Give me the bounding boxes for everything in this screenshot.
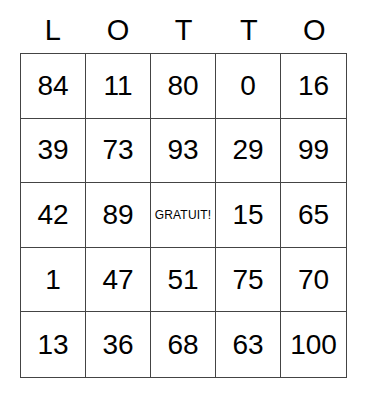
header-letter-o2: O [282, 8, 347, 53]
cell-r2c4[interactable]: 65 [281, 183, 346, 248]
cell-r1c1[interactable]: 73 [86, 119, 151, 184]
cell-r4c2[interactable]: 68 [151, 312, 216, 377]
cell-r4c1[interactable]: 36 [86, 312, 151, 377]
bingo-header: L O T T O [20, 8, 347, 53]
cell-r1c3[interactable]: 29 [216, 119, 281, 184]
cell-r0c3[interactable]: 0 [216, 54, 281, 119]
header-letter-t2: T [216, 8, 281, 53]
bingo-card: L O T T O 84 11 80 0 16 39 73 93 29 99 4… [0, 0, 368, 400]
cell-r0c2[interactable]: 80 [151, 54, 216, 119]
header-letter-l: L [20, 8, 85, 53]
cell-r4c0[interactable]: 13 [21, 312, 86, 377]
cell-r3c2[interactable]: 51 [151, 248, 216, 313]
free-space-cell[interactable]: GRATUIT! [151, 183, 216, 248]
cell-r1c2[interactable]: 93 [151, 119, 216, 184]
cell-r2c3[interactable]: 15 [216, 183, 281, 248]
cell-r0c0[interactable]: 84 [21, 54, 86, 119]
cell-r3c1[interactable]: 47 [86, 248, 151, 313]
cell-r3c3[interactable]: 75 [216, 248, 281, 313]
cell-r0c4[interactable]: 16 [281, 54, 346, 119]
bingo-grid: 84 11 80 0 16 39 73 93 29 99 42 89 GRATU… [20, 53, 347, 378]
header-letter-t1: T [151, 8, 216, 53]
cell-r0c1[interactable]: 11 [86, 54, 151, 119]
cell-r3c0[interactable]: 1 [21, 248, 86, 313]
cell-r4c4[interactable]: 100 [281, 312, 346, 377]
cell-r1c4[interactable]: 99 [281, 119, 346, 184]
cell-r1c0[interactable]: 39 [21, 119, 86, 184]
cell-r4c3[interactable]: 63 [216, 312, 281, 377]
cell-r2c0[interactable]: 42 [21, 183, 86, 248]
cell-r3c4[interactable]: 70 [281, 248, 346, 313]
cell-r2c1[interactable]: 89 [86, 183, 151, 248]
header-letter-o1: O [85, 8, 150, 53]
